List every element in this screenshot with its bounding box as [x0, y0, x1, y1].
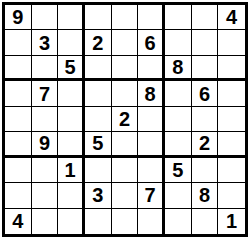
cell-r7c2[interactable]: [32, 158, 59, 183]
cell-r2c8[interactable]: [192, 30, 219, 55]
cell-r9c4[interactable]: [85, 209, 112, 234]
cell-r1c2[interactable]: [32, 5, 59, 30]
cell-r6c1[interactable]: [5, 132, 32, 157]
cell-r2c2[interactable]: 3: [32, 30, 59, 55]
cell-r2c9[interactable]: [218, 30, 245, 55]
cell-r1c5[interactable]: [112, 5, 139, 30]
cell-r5c5[interactable]: 2: [112, 107, 139, 132]
cell-r1c7[interactable]: [165, 5, 192, 30]
cell-r5c8[interactable]: [192, 107, 219, 132]
cell-r6c3[interactable]: [58, 132, 85, 157]
cell-r1c4[interactable]: [85, 5, 112, 30]
cell-r2c1[interactable]: [5, 30, 32, 55]
cell-r5c9[interactable]: [218, 107, 245, 132]
cell-r1c9[interactable]: 4: [218, 5, 245, 30]
cell-r6c5[interactable]: [112, 132, 139, 157]
cell-r9c6[interactable]: [138, 209, 165, 234]
cell-r5c7[interactable]: [165, 107, 192, 132]
cell-r3c2[interactable]: [32, 56, 59, 81]
cell-r8c4[interactable]: 3: [85, 183, 112, 208]
cell-r4c6[interactable]: 8: [138, 81, 165, 106]
cell-r9c2[interactable]: [32, 209, 59, 234]
cell-r8c2[interactable]: [32, 183, 59, 208]
cell-r4c1[interactable]: [5, 81, 32, 106]
cell-r1c6[interactable]: [138, 5, 165, 30]
cell-r7c9[interactable]: [218, 158, 245, 183]
cell-r5c4[interactable]: [85, 107, 112, 132]
cell-r7c6[interactable]: [138, 158, 165, 183]
cell-r4c5[interactable]: [112, 81, 139, 106]
cell-r5c1[interactable]: [5, 107, 32, 132]
cell-r3c5[interactable]: [112, 56, 139, 81]
cell-r3c4[interactable]: [85, 56, 112, 81]
cell-r2c7[interactable]: [165, 30, 192, 55]
cell-r4c3[interactable]: [58, 81, 85, 106]
cell-r7c4[interactable]: [85, 158, 112, 183]
cell-r4c4[interactable]: [85, 81, 112, 106]
cell-r4c9[interactable]: [218, 81, 245, 106]
cell-r7c7[interactable]: 5: [165, 158, 192, 183]
sudoku-page: 943265878629521537841: [0, 0, 250, 239]
cell-r1c3[interactable]: [58, 5, 85, 30]
cell-r2c5[interactable]: [112, 30, 139, 55]
cell-r7c3[interactable]: 1: [58, 158, 85, 183]
cell-r5c2[interactable]: [32, 107, 59, 132]
cell-r9c7[interactable]: [165, 209, 192, 234]
cell-r9c8[interactable]: [192, 209, 219, 234]
cell-r9c1[interactable]: 4: [5, 209, 32, 234]
cell-r6c6[interactable]: [138, 132, 165, 157]
cell-r2c4[interactable]: 2: [85, 30, 112, 55]
cell-r1c8[interactable]: [192, 5, 219, 30]
cell-r4c8[interactable]: 6: [192, 81, 219, 106]
cell-r3c9[interactable]: [218, 56, 245, 81]
cell-r8c8[interactable]: 8: [192, 183, 219, 208]
cell-r1c1[interactable]: 9: [5, 5, 32, 30]
cell-r2c3[interactable]: [58, 30, 85, 55]
cell-r7c8[interactable]: [192, 158, 219, 183]
cell-r6c9[interactable]: [218, 132, 245, 157]
cell-r7c5[interactable]: [112, 158, 139, 183]
cell-r4c2[interactable]: 7: [32, 81, 59, 106]
cell-r8c7[interactable]: [165, 183, 192, 208]
cell-r5c6[interactable]: [138, 107, 165, 132]
cell-r7c1[interactable]: [5, 158, 32, 183]
cell-r3c3[interactable]: 5: [58, 56, 85, 81]
cell-r6c8[interactable]: 2: [192, 132, 219, 157]
cell-r8c9[interactable]: [218, 183, 245, 208]
cell-r9c9[interactable]: 1: [218, 209, 245, 234]
cell-r4c7[interactable]: [165, 81, 192, 106]
cell-r9c5[interactable]: [112, 209, 139, 234]
cell-r6c7[interactable]: [165, 132, 192, 157]
cell-r5c3[interactable]: [58, 107, 85, 132]
cell-r3c7[interactable]: 8: [165, 56, 192, 81]
cell-r6c2[interactable]: 9: [32, 132, 59, 157]
cell-r3c1[interactable]: [5, 56, 32, 81]
cell-r3c6[interactable]: [138, 56, 165, 81]
cell-r9c3[interactable]: [58, 209, 85, 234]
cell-r8c1[interactable]: [5, 183, 32, 208]
sudoku-board: 943265878629521537841: [2, 2, 248, 237]
cell-r8c6[interactable]: 7: [138, 183, 165, 208]
cell-r8c5[interactable]: [112, 183, 139, 208]
cell-r2c6[interactable]: 6: [138, 30, 165, 55]
cell-r8c3[interactable]: [58, 183, 85, 208]
cell-r6c4[interactable]: 5: [85, 132, 112, 157]
cell-r3c8[interactable]: [192, 56, 219, 81]
